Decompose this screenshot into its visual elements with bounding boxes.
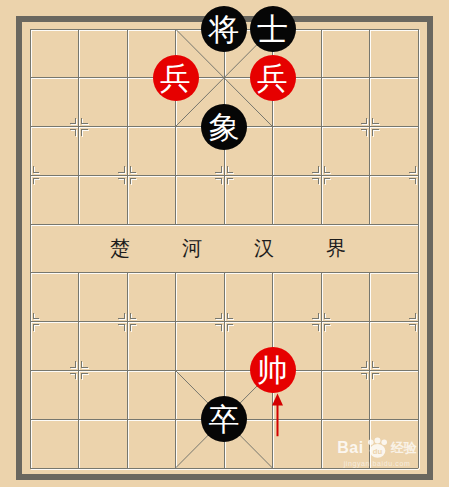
board-intersection: 卒 bbox=[200, 395, 249, 444]
board-intersection: 帅 bbox=[248, 346, 297, 395]
board-intersection: 将 bbox=[200, 5, 249, 54]
watermark-brand-text-du: du bbox=[373, 447, 383, 456]
watermark-brand-text: Bai bbox=[337, 439, 363, 457]
board-intersection: 士 bbox=[248, 5, 297, 54]
piece-black-general[interactable]: 将 bbox=[201, 6, 247, 52]
piece-layer: 将士兵兵象帅卒 bbox=[6, 5, 443, 487]
board-intersection: 兵 bbox=[151, 53, 200, 102]
piece-red-general[interactable]: 帅 bbox=[250, 347, 296, 393]
piece-red-soldier-1[interactable]: 兵 bbox=[153, 55, 199, 101]
baidu-paw-icon: du bbox=[365, 436, 390, 459]
piece-red-soldier-2[interactable]: 兵 bbox=[250, 55, 296, 101]
baidu-jingyan-watermark: Bai du 经验 jingyan.baidu.com bbox=[329, 436, 425, 467]
watermark-badge-text: 经验 bbox=[391, 439, 417, 457]
watermark-domain-text: jingyan.baidu.com bbox=[344, 460, 411, 467]
board-intersection: 兵 bbox=[248, 53, 297, 102]
watermark-logo-row: Bai du 经验 bbox=[337, 436, 416, 459]
xiangqi-board-diagram: 楚 河 汉 界 将士兵兵象帅卒 Bai du 经验 jingyan.baidu.… bbox=[0, 0, 449, 487]
piece-black-elephant[interactable]: 象 bbox=[201, 104, 247, 150]
piece-black-soldier[interactable]: 卒 bbox=[201, 396, 247, 442]
board-intersection: 象 bbox=[200, 102, 249, 151]
piece-black-advisor[interactable]: 士 bbox=[250, 6, 296, 52]
